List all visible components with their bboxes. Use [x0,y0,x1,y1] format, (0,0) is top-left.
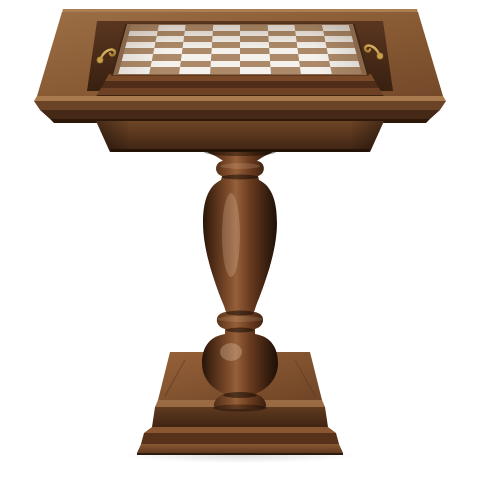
base-lower-face [141,433,339,444]
apron-bottom-edge [110,149,370,152]
pedestal-column [200,148,280,409]
board-plinth-step-2 [101,81,379,88]
base-lower-top [144,427,336,433]
board-square-g1[interactable] [300,67,331,74]
chess-table-photo [0,0,480,480]
board-plinth-step-3 [97,88,383,95]
ring-under-shadow [222,175,258,180]
board-square-f1[interactable] [270,67,301,74]
ball-under-shadow [223,392,257,398]
foot-contact-shadow [213,405,267,412]
apron-side-shading [96,121,384,152]
board-plinth-step-1 [105,74,375,81]
vase-highlight [222,193,240,277]
tabletop-molding-underside [40,110,440,119]
board-square-h1[interactable] [330,67,362,74]
ball-highlight [220,343,242,361]
base-lower-bevel [137,444,343,453]
board-square-e1[interactable] [240,67,270,74]
tabletop-molding-mid [34,101,446,110]
tabletop-lip-highlight [34,96,446,101]
board-square-c1[interactable] [179,67,210,74]
chess-board [113,24,367,75]
base-bottom-edge [137,453,343,455]
vase-under-shadow [226,311,254,316]
board-frame [113,24,367,75]
collar-under-shadow [226,328,254,333]
collar-highlight [217,316,263,322]
ring-highlight [220,163,260,169]
board-square-b1[interactable] [149,67,180,74]
board-grid [118,25,361,74]
board-square-a1[interactable] [118,67,150,74]
board-square-d1[interactable] [210,67,240,74]
